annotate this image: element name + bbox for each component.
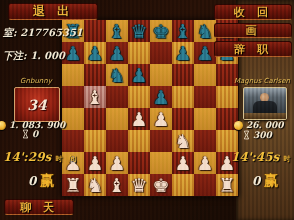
black-knight-c6[interactable]: ♞ [106, 64, 128, 86]
square-e8[interactable]: ♚ [150, 20, 172, 42]
exit-button[interactable]: 退 出 [8, 3, 98, 20]
black-pawn-b7[interactable]: ♟ [84, 42, 106, 64]
left-player-avatar[interactable]: 34 [14, 87, 60, 122]
square-g2[interactable]: ♟ [194, 152, 216, 174]
square-g3[interactable] [194, 130, 216, 152]
black-pawn-d6[interactable]: ♟ [128, 64, 150, 86]
square-g7[interactable]: ♟ [194, 42, 216, 64]
square-c8[interactable]: ♝ [106, 20, 128, 42]
black-pawn-a7[interactable]: ♟ [62, 42, 84, 64]
right-wins-count: 0 [252, 174, 260, 188]
white-pawn-f2[interactable]: ♟ [172, 152, 194, 174]
black-bishop-f8[interactable]: ♝ [172, 20, 194, 42]
square-h3[interactable] [216, 130, 238, 152]
square-c5[interactable] [106, 86, 128, 108]
black-bishop-c8[interactable]: ♝ [106, 20, 128, 42]
right-hourglass-count: 300 [253, 130, 272, 140]
black-pawn-e5[interactable]: ♟ [150, 86, 172, 108]
square-h1[interactable]: ♜ [216, 174, 238, 196]
square-d3[interactable] [128, 130, 150, 152]
square-b7[interactable]: ♟ [84, 42, 106, 64]
right-coin-icon [234, 121, 243, 130]
white-rook-a1[interactable]: ♜ [62, 174, 84, 196]
square-e7[interactable] [150, 42, 172, 64]
right-clock-value: 14':45s [231, 150, 279, 164]
square-g5[interactable] [194, 86, 216, 108]
black-queen-d8[interactable]: ♛ [128, 20, 150, 42]
left-wins-label: 赢 [40, 172, 54, 190]
square-a6[interactable] [62, 64, 84, 86]
square-f6[interactable] [172, 64, 194, 86]
square-h5[interactable] [216, 86, 238, 108]
square-b3[interactable] [84, 130, 106, 152]
square-c1[interactable]: ♝ [106, 174, 128, 196]
square-d8[interactable]: ♛ [128, 20, 150, 42]
chat-button[interactable]: 聊 天 [4, 199, 74, 215]
white-rook-h1[interactable]: ♜ [216, 174, 238, 196]
right-clock-unit-label: 时 间 [283, 154, 294, 163]
chess-board: ♜♝♛♚♝♞♜♟♟♟♟♟♟♞♟♝♟♟♟♞♟♟♟♟♟♟♜♞♝♛♚♜ [61, 19, 239, 197]
square-e5[interactable]: ♟ [150, 86, 172, 108]
square-f7[interactable]: ♟ [172, 42, 194, 64]
square-c2[interactable]: ♟ [106, 152, 128, 174]
square-f2[interactable]: ♟ [172, 152, 194, 174]
black-king-e8[interactable]: ♚ [150, 20, 172, 42]
square-b1[interactable]: ♞ [84, 174, 106, 196]
black-pawn-g7[interactable]: ♟ [194, 42, 216, 64]
white-knight-f3[interactable]: ♞ [172, 130, 194, 152]
right-player-avatar[interactable] [243, 87, 287, 120]
square-b6[interactable] [84, 64, 106, 86]
white-pawn-c2[interactable]: ♟ [106, 152, 128, 174]
square-d2[interactable] [128, 152, 150, 174]
square-f1[interactable] [172, 174, 194, 196]
left-player-name: Gnbunny [8, 77, 64, 85]
left-coin-icon [0, 121, 6, 130]
square-g4[interactable] [194, 108, 216, 130]
square-d1[interactable]: ♛ [128, 174, 150, 196]
right-hourglass-icon [243, 130, 250, 140]
square-b2[interactable]: ♟ [84, 152, 106, 174]
square-d7[interactable] [128, 42, 150, 64]
square-b8[interactable] [84, 20, 106, 42]
bet-amount-label: 下注: 1. 000 [3, 49, 65, 63]
left-hourglass-icon [22, 129, 29, 139]
square-f4[interactable] [172, 108, 194, 130]
white-bishop-c1[interactable]: ♝ [106, 174, 128, 196]
right-player-name: Magnus Carlsen [232, 77, 292, 85]
square-a1[interactable]: ♜ [62, 174, 84, 196]
square-e1[interactable]: ♚ [150, 174, 172, 196]
avatar-photo-table [244, 113, 286, 119]
white-king-e1[interactable]: ♚ [150, 174, 172, 196]
app-window: 退 出 室: 217765351 下注: 1. 000 收 回 画 辞 职 Gn… [0, 0, 294, 220]
white-pawn-g2[interactable]: ♟ [194, 152, 216, 174]
square-f5[interactable] [172, 86, 194, 108]
takeback-button[interactable]: 收 回 [214, 4, 292, 20]
left-hourglass-count: 0 [32, 129, 38, 139]
resign-button[interactable]: 辞 职 [214, 41, 292, 57]
left-clock-value: 14':29s [3, 150, 51, 164]
white-pawn-e4[interactable]: ♟ [150, 108, 172, 130]
black-knight-g8[interactable]: ♞ [194, 20, 216, 42]
square-d5[interactable] [128, 86, 150, 108]
white-pawn-b2[interactable]: ♟ [84, 152, 106, 174]
square-a5[interactable] [62, 86, 84, 108]
square-a7[interactable]: ♟ [62, 42, 84, 64]
square-f8[interactable]: ♝ [172, 20, 194, 42]
square-c6[interactable]: ♞ [106, 64, 128, 86]
square-a3[interactable] [62, 130, 84, 152]
square-g8[interactable]: ♞ [194, 20, 216, 42]
white-knight-b1[interactable]: ♞ [84, 174, 106, 196]
square-f3[interactable]: ♞ [172, 130, 194, 152]
square-c3[interactable] [106, 130, 128, 152]
square-e2[interactable] [150, 152, 172, 174]
white-queen-d1[interactable]: ♛ [128, 174, 150, 196]
white-pawn-d4[interactable]: ♟ [128, 108, 150, 130]
draw-button[interactable]: 画 [214, 23, 292, 38]
square-e4[interactable]: ♟ [150, 108, 172, 130]
square-d6[interactable]: ♟ [128, 64, 150, 86]
square-d4[interactable]: ♟ [128, 108, 150, 130]
left-clock-unit-label: 时 间 [55, 154, 77, 163]
left-wins-count: 0 [28, 174, 36, 188]
square-c4[interactable] [106, 108, 128, 130]
room-number-label: 室: 217765351 [3, 26, 83, 40]
left-avatar-number: 34 [27, 97, 46, 113]
black-pawn-c7[interactable]: ♟ [106, 42, 128, 64]
square-b5[interactable]: ♝ [84, 86, 106, 108]
right-wins-label: 赢 [264, 172, 278, 190]
square-e3[interactable] [150, 130, 172, 152]
square-c7[interactable]: ♟ [106, 42, 128, 64]
square-e6[interactable] [150, 64, 172, 86]
black-pawn-f7[interactable]: ♟ [172, 42, 194, 64]
white-bishop-b5[interactable]: ♝ [84, 86, 106, 108]
square-g1[interactable] [194, 174, 216, 196]
square-b4[interactable] [84, 108, 106, 130]
right-player-coins: 26. 000 [246, 120, 284, 130]
square-g6[interactable] [194, 64, 216, 86]
